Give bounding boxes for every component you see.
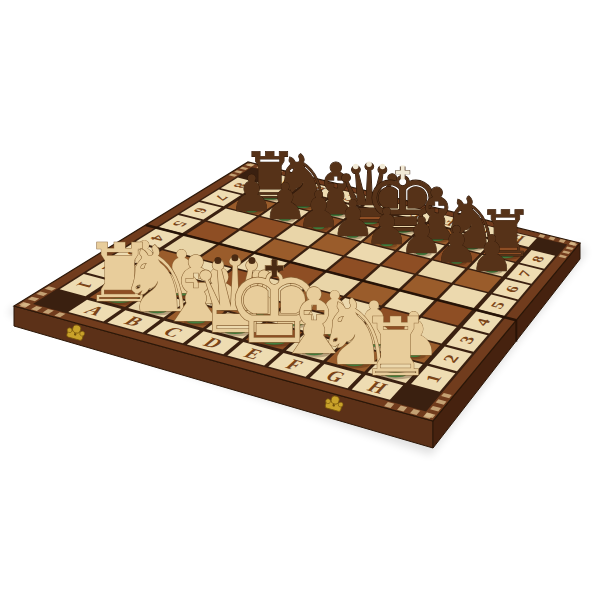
black-pawn-h7[interactable]: ♟ [470,224,515,283]
white-rook-glyph: ♜ [359,300,431,394]
black-pawn-glyph: ♟ [470,224,515,283]
white-rook-h1[interactable]: ♜ [359,300,431,394]
queen-coronet-accent [214,257,221,264]
chess-board: AA11BB22CC33DD44EE55FF66GG77HH88♜♞♟♝♟♛♟♚… [0,0,600,600]
product-photo-scene: AA11BB22CC33DD44EE55FF66GG77HH88♜♞♟♝♟♛♟♚… [0,0,600,600]
queen-coronet-accent [353,164,359,170]
